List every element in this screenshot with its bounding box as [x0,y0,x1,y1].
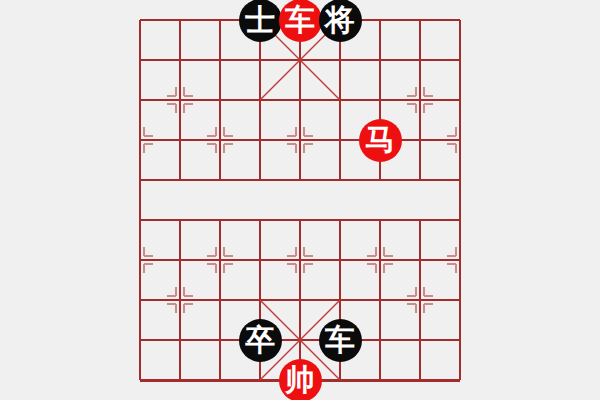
piece-red-general[interactable]: 帅 [279,359,322,400]
piece-black-chariot[interactable]: 车 [319,319,362,362]
piece-black-general[interactable]: 将 [319,0,362,42]
xiangqi-board: 士车将马卒车帅 [0,0,600,400]
piece-red-horse[interactable]: 马 [359,119,402,162]
pieces-grid: 士车将马卒车帅 [120,0,480,400]
piece-black-soldier[interactable]: 卒 [239,319,282,362]
piece-black-advisor[interactable]: 士 [239,0,282,42]
piece-red-chariot[interactable]: 车 [279,0,322,42]
